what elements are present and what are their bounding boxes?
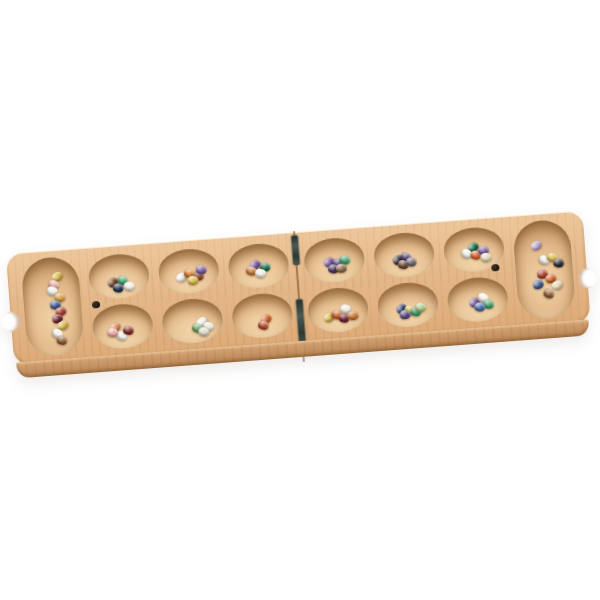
gemstone-counter [415, 302, 426, 312]
pit-top-4[interactable] [302, 236, 366, 284]
gemstone-counter [187, 275, 199, 285]
mancala-board [6, 211, 592, 384]
gemstone-counter [553, 258, 564, 268]
pit-bottom-1[interactable] [91, 302, 155, 350]
gemstone-counter [55, 335, 68, 347]
pit-bottom-4[interactable] [306, 286, 370, 334]
photo-background [0, 0, 600, 600]
pit-bottom-6[interactable] [446, 276, 510, 324]
pit-bottom-2[interactable] [161, 297, 225, 345]
pit-grid-right [300, 223, 513, 336]
gemstone-counter [347, 311, 359, 321]
gemstone-counter [529, 238, 543, 252]
gemstone-counter [531, 278, 545, 290]
finger-notch-right [578, 268, 597, 289]
gemstone-counter [474, 302, 485, 312]
pit-top-5[interactable] [372, 231, 436, 279]
pit-top-1[interactable] [87, 252, 151, 300]
pit-bottom-5[interactable] [376, 281, 440, 329]
pit-bottom-3[interactable] [230, 292, 294, 340]
pit-grid-left [84, 240, 297, 353]
store-right[interactable] [512, 219, 576, 321]
gemstone-counter [480, 252, 492, 262]
gemstone-counter [123, 281, 134, 291]
gemstone-counter [336, 263, 348, 273]
gemstone-counter [255, 269, 266, 279]
store-left[interactable] [20, 256, 84, 358]
gemstone-counter [198, 327, 209, 337]
gemstone-counter [196, 265, 207, 275]
pit-top-2[interactable] [157, 247, 221, 295]
gemstone-counter [406, 257, 417, 267]
pit-top-3[interactable] [227, 242, 291, 290]
